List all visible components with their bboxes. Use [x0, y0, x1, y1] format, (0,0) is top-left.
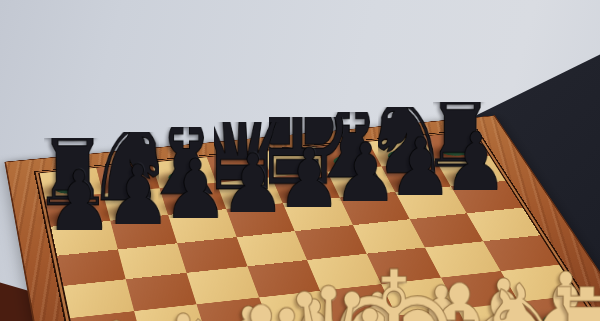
square-c6[interactable]	[168, 209, 236, 243]
square-a6[interactable]	[51, 221, 117, 256]
photo-scene: ♜♞♝♛♚♝♞♜♟♟♟♟♟♟♟♟♟♟♟♟♟♟♟♟♜♞♝♛♚♝♞♜	[0, 0, 600, 321]
chess-board: ♜♞♝♛♚♝♞♜♟♟♟♟♟♟♟♟♟♟♟♟♟♟♟♟♜♞♝♛♚♝♞♜	[4, 115, 600, 321]
piece-black-pawn[interactable]: ♟	[166, 152, 224, 219]
piece-black-pawn[interactable]: ♟	[280, 142, 338, 208]
square-b6[interactable]	[110, 215, 177, 249]
playing-area: ♜♞♝♛♚♝♞♜♟♟♟♟♟♟♟♟♟♟♟♟♟♟♟♟♜♞♝♛♚♝♞♜	[40, 132, 600, 321]
square-c5[interactable]	[177, 237, 247, 273]
square-a5[interactable]	[57, 249, 125, 286]
square-b5[interactable]	[117, 243, 186, 279]
